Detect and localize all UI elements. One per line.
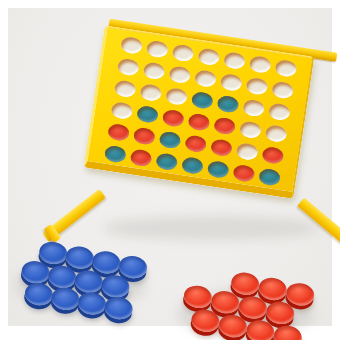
blue-pile-disc	[103, 295, 134, 322]
board-cell-c5r6	[203, 157, 232, 183]
blue-disc	[180, 156, 203, 175]
empty-hole	[116, 58, 139, 77]
board-cell-c1r6	[100, 141, 129, 167]
empty-hole	[139, 83, 162, 102]
board-cell-c3r6	[152, 149, 181, 175]
empty-hole	[164, 87, 187, 106]
board-cell-c2r6	[126, 145, 155, 171]
red-pile-disc	[182, 283, 214, 310]
blue-disc	[158, 130, 181, 149]
red-pile-disc	[264, 299, 296, 326]
empty-hole	[271, 81, 294, 100]
blue-disc	[155, 152, 178, 171]
empty-hole	[168, 65, 191, 84]
red-pile-disc	[284, 281, 316, 308]
red-pile-disc	[209, 289, 241, 316]
empty-hole	[264, 124, 287, 143]
red-disc	[161, 109, 184, 128]
red-disc-pile	[176, 262, 323, 340]
empty-hole	[142, 61, 165, 80]
empty-hole	[242, 99, 265, 118]
empty-hole	[219, 73, 242, 92]
empty-hole	[145, 40, 168, 59]
blue-disc-pile	[14, 235, 156, 336]
blue-pile-disc	[76, 290, 107, 317]
blue-pile-disc	[23, 281, 54, 308]
empty-hole	[113, 79, 136, 98]
empty-hole	[171, 43, 194, 62]
empty-hole	[248, 55, 271, 74]
red-disc	[187, 113, 210, 132]
blue-disc	[136, 105, 159, 124]
photo-backdrop	[8, 8, 332, 326]
red-pile-disc	[237, 294, 269, 321]
red-disc	[213, 116, 236, 135]
blue-pile-disc	[20, 259, 51, 286]
board-cell-c4r6	[178, 153, 207, 179]
blue-disc	[258, 168, 281, 187]
board-right-foot	[297, 198, 340, 244]
red-pile-disc	[272, 323, 304, 340]
red-disc	[184, 134, 207, 153]
game-board-frame	[84, 25, 315, 199]
empty-hole	[267, 102, 290, 121]
empty-hole	[238, 120, 261, 139]
blue-pile-disc	[50, 286, 81, 313]
empty-hole	[235, 142, 258, 161]
product-photo	[0, 0, 340, 340]
blue-disc	[206, 160, 229, 179]
empty-hole	[120, 36, 143, 55]
empty-hole	[222, 51, 245, 70]
red-disc	[232, 164, 255, 183]
red-disc	[107, 123, 130, 142]
empty-hole	[274, 59, 297, 78]
red-disc	[132, 127, 155, 146]
board-grid	[100, 32, 300, 189]
red-pile-disc	[229, 270, 261, 297]
red-disc	[129, 148, 152, 167]
connect-four-stand	[84, 25, 315, 199]
red-pile-disc	[190, 307, 222, 334]
blue-disc	[216, 95, 239, 114]
empty-hole	[110, 101, 133, 120]
empty-hole	[193, 69, 216, 88]
board-cell-c7r6	[255, 164, 284, 190]
board-ground-shadow	[103, 216, 318, 240]
empty-hole	[245, 77, 268, 96]
blue-disc	[103, 145, 126, 164]
red-pile-disc	[217, 313, 249, 340]
red-disc	[261, 146, 284, 165]
empty-hole	[197, 47, 220, 66]
board-cell-c6r6	[229, 160, 258, 186]
blue-pile-disc	[73, 268, 104, 295]
red-pile-disc	[257, 276, 289, 303]
red-disc	[209, 138, 232, 157]
blue-pile-disc	[47, 264, 78, 291]
blue-disc	[190, 91, 213, 110]
blue-pile-disc	[100, 273, 131, 300]
